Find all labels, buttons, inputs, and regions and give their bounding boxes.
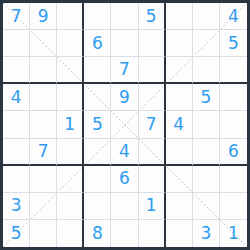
cell-r1c4[interactable] (84, 3, 111, 30)
given-digit: 3 (200, 225, 211, 242)
given-digit: 4 (11, 89, 22, 106)
cell-r8c4[interactable] (84, 193, 111, 220)
sudoku-grid: 795465749515747466315831 (3, 3, 247, 247)
cell-r7c5[interactable]: 6 (111, 166, 138, 193)
given-digit: 4 (173, 116, 184, 133)
cell-r9c8[interactable]: 3 (193, 220, 220, 247)
given-digit: 6 (92, 35, 103, 52)
cell-r7c6[interactable] (139, 166, 166, 193)
cell-r9c4[interactable]: 8 (84, 220, 111, 247)
cell-r9c3[interactable] (57, 220, 84, 247)
cell-r2c5[interactable] (111, 30, 138, 57)
cell-r6c7[interactable] (166, 139, 193, 166)
given-digit: 7 (11, 8, 22, 25)
cell-r7c8[interactable] (193, 166, 220, 193)
cell-r9c9[interactable]: 1 (220, 220, 247, 247)
given-digit: 3 (11, 197, 22, 214)
cell-r4c9[interactable] (220, 84, 247, 111)
cell-r3c3[interactable] (57, 57, 84, 84)
given-digit: 7 (38, 143, 49, 160)
cell-r7c9[interactable] (220, 166, 247, 193)
cell-r9c5[interactable] (111, 220, 138, 247)
cell-r2c6[interactable] (139, 30, 166, 57)
cell-r4c1[interactable]: 4 (3, 84, 30, 111)
cell-r4c7[interactable] (166, 84, 193, 111)
cell-r2c3[interactable] (57, 30, 84, 57)
cell-r1c3[interactable] (57, 3, 84, 30)
cell-r1c6[interactable]: 5 (139, 3, 166, 30)
cell-r7c4[interactable] (84, 166, 111, 193)
cell-r5c9[interactable] (220, 111, 247, 138)
given-digit: 7 (146, 116, 157, 133)
cell-r2c8[interactable] (193, 30, 220, 57)
cell-r7c2[interactable] (30, 166, 57, 193)
cell-r3c6[interactable] (139, 57, 166, 84)
cell-r1c9[interactable]: 4 (220, 3, 247, 30)
cell-r2c4[interactable]: 6 (84, 30, 111, 57)
cell-r5c3[interactable]: 1 (57, 111, 84, 138)
cell-r3c2[interactable] (30, 57, 57, 84)
given-digit: 9 (119, 89, 130, 106)
cell-r6c8[interactable] (193, 139, 220, 166)
given-digit: 5 (92, 116, 103, 133)
cell-r4c2[interactable] (30, 84, 57, 111)
given-digit: 1 (146, 197, 157, 214)
cell-r2c9[interactable]: 5 (220, 30, 247, 57)
cell-r3c5[interactable]: 7 (111, 57, 138, 84)
cell-r4c8[interactable]: 5 (193, 84, 220, 111)
cell-r3c9[interactable] (220, 57, 247, 84)
cell-r8c5[interactable] (111, 193, 138, 220)
given-digit: 5 (200, 89, 211, 106)
cell-r9c6[interactable] (139, 220, 166, 247)
cell-r1c2[interactable]: 9 (30, 3, 57, 30)
cell-r8c7[interactable] (166, 193, 193, 220)
cell-r3c1[interactable] (3, 57, 30, 84)
cell-r4c6[interactable] (139, 84, 166, 111)
cell-r5c6[interactable]: 7 (139, 111, 166, 138)
given-digit: 5 (146, 8, 157, 25)
cell-r3c7[interactable] (166, 57, 193, 84)
cell-r1c5[interactable] (111, 3, 138, 30)
given-digit: 9 (38, 8, 49, 25)
cell-r5c7[interactable]: 4 (166, 111, 193, 138)
given-digit: 6 (119, 170, 130, 187)
given-digit: 4 (119, 143, 130, 160)
cell-r6c1[interactable] (3, 139, 30, 166)
cell-r2c2[interactable] (30, 30, 57, 57)
cell-r9c2[interactable] (30, 220, 57, 247)
cell-r8c3[interactable] (57, 193, 84, 220)
cell-r6c6[interactable] (139, 139, 166, 166)
cell-r6c9[interactable]: 6 (220, 139, 247, 166)
cell-r8c1[interactable]: 3 (3, 193, 30, 220)
cell-r8c8[interactable] (193, 193, 220, 220)
cell-r3c4[interactable] (84, 57, 111, 84)
given-digit: 1 (228, 225, 239, 242)
cell-r5c2[interactable] (30, 111, 57, 138)
cell-r8c2[interactable] (30, 193, 57, 220)
given-digit: 5 (228, 35, 239, 52)
cell-r6c5[interactable]: 4 (111, 139, 138, 166)
cell-r9c7[interactable] (166, 220, 193, 247)
cell-r2c7[interactable] (166, 30, 193, 57)
cell-r1c1[interactable]: 7 (3, 3, 30, 30)
given-digit: 5 (11, 225, 22, 242)
cell-r1c7[interactable] (166, 3, 193, 30)
cell-r6c3[interactable] (57, 139, 84, 166)
cell-r7c7[interactable] (166, 166, 193, 193)
given-digit: 1 (64, 116, 75, 133)
cell-r8c9[interactable] (220, 193, 247, 220)
cell-r6c4[interactable] (84, 139, 111, 166)
given-digit: 8 (92, 225, 103, 242)
sudoku-board: 795465749515747466315831 (0, 0, 250, 250)
cell-r4c3[interactable] (57, 84, 84, 111)
cell-r6c2[interactable]: 7 (30, 139, 57, 166)
cell-r8c6[interactable]: 1 (139, 193, 166, 220)
cell-r5c5[interactable] (111, 111, 138, 138)
cell-r3c8[interactable] (193, 57, 220, 84)
given-digit: 6 (228, 143, 239, 160)
cell-r4c4[interactable] (84, 84, 111, 111)
cell-r5c1[interactable] (3, 111, 30, 138)
cell-r4c5[interactable]: 9 (111, 84, 138, 111)
cell-r7c3[interactable] (57, 166, 84, 193)
cell-r2c1[interactable] (3, 30, 30, 57)
cell-r5c8[interactable] (193, 111, 220, 138)
cell-r9c1[interactable]: 5 (3, 220, 30, 247)
cell-r5c4[interactable]: 5 (84, 111, 111, 138)
cell-r7c1[interactable] (3, 166, 30, 193)
cell-r1c8[interactable] (193, 3, 220, 30)
given-digit: 4 (228, 8, 239, 25)
given-digit: 7 (119, 61, 130, 78)
